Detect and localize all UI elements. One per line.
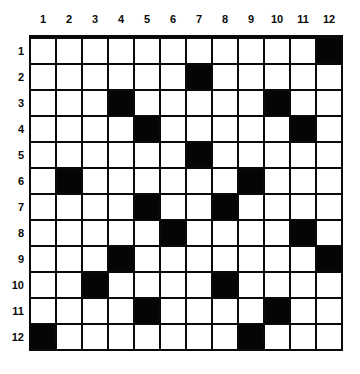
grid-cell-r7c9[interactable]	[239, 195, 263, 219]
grid-cell-r1c10[interactable]	[265, 39, 289, 63]
grid-cell-black-r12c9	[239, 325, 263, 349]
grid-cell-black-r5c7	[187, 143, 211, 167]
grid-cell-r12c12[interactable]	[317, 325, 341, 349]
grid-cell-r7c7[interactable]	[187, 195, 211, 219]
puzzle-grid	[29, 35, 343, 351]
grid-cell-black-r8c11	[291, 221, 315, 245]
grid-cell-r10c12[interactable]	[317, 273, 341, 297]
grid-cell-r5c6[interactable]	[161, 143, 185, 167]
grid-cell-r9c5[interactable]	[135, 247, 159, 271]
grid-cell-r10c7[interactable]	[187, 273, 211, 297]
grid-cell-r6c6[interactable]	[161, 169, 185, 193]
grid-cell-r6c3[interactable]	[83, 169, 107, 193]
grid-cell-r10c11[interactable]	[291, 273, 315, 297]
grid-cell-r7c3[interactable]	[83, 195, 107, 219]
grid-cell-r11c7[interactable]	[187, 299, 211, 323]
grid-cell-r7c12[interactable]	[317, 195, 341, 219]
grid-cell-r5c5[interactable]	[135, 143, 159, 167]
row-label-9: 9	[2, 247, 26, 271]
grid-cell-r5c9[interactable]	[239, 143, 263, 167]
grid-cell-r12c3[interactable]	[83, 325, 107, 349]
grid-cell-r1c8[interactable]	[213, 39, 237, 63]
row-label-4: 4	[2, 117, 26, 141]
grid-cell-r1c3[interactable]	[83, 39, 107, 63]
grid-cell-r8c9[interactable]	[239, 221, 263, 245]
grid-cell-r11c6[interactable]	[161, 299, 185, 323]
grid-cell-r8c5[interactable]	[135, 221, 159, 245]
grid-cell-r3c12[interactable]	[317, 91, 341, 115]
grid-cell-r11c11[interactable]	[291, 299, 315, 323]
grid-cell-r1c7[interactable]	[187, 39, 211, 63]
grid-cell-r2c11[interactable]	[291, 65, 315, 89]
grid-cell-r9c3[interactable]	[83, 247, 107, 271]
grid-cell-r11c3[interactable]	[83, 299, 107, 323]
grid-cell-r3c3[interactable]	[83, 91, 107, 115]
grid-cell-r8c2[interactable]	[57, 221, 81, 245]
column-label-9: 9	[239, 12, 263, 26]
grid-cell-r4c1[interactable]	[31, 117, 55, 141]
grid-cell-r1c11[interactable]	[291, 39, 315, 63]
grid-cell-r9c2[interactable]	[57, 247, 81, 271]
grid-cell-black-r7c8	[213, 195, 237, 219]
grid-cell-black-r11c10	[265, 299, 289, 323]
grid-cell-r1c6[interactable]	[161, 39, 185, 63]
grid-cell-r9c8[interactable]	[213, 247, 237, 271]
grid-cell-black-r7c5	[135, 195, 159, 219]
grid-cell-r6c10[interactable]	[265, 169, 289, 193]
grid-cell-r5c12[interactable]	[317, 143, 341, 167]
row-label-1: 1	[2, 39, 26, 63]
grid-cell-r7c6[interactable]	[161, 195, 185, 219]
grid-cell-black-r4c5	[135, 117, 159, 141]
grid-cell-r9c10[interactable]	[265, 247, 289, 271]
grid-cell-r8c12[interactable]	[317, 221, 341, 245]
grid-cell-r5c2[interactable]	[57, 143, 81, 167]
grid-cell-r12c5[interactable]	[135, 325, 159, 349]
grid-cell-black-r11c5	[135, 299, 159, 323]
grid-cell-r12c7[interactable]	[187, 325, 211, 349]
grid-cell-r10c2[interactable]	[57, 273, 81, 297]
grid-cell-r6c8[interactable]	[213, 169, 237, 193]
grid-cell-r3c1[interactable]	[31, 91, 55, 115]
grid-cell-r5c1[interactable]	[31, 143, 55, 167]
grid-cell-r10c6[interactable]	[161, 273, 185, 297]
row-label-5: 5	[2, 143, 26, 167]
column-labels: 123456789101112	[31, 12, 341, 26]
grid-cell-r11c8[interactable]	[213, 299, 237, 323]
grid-cell-r9c9[interactable]	[239, 247, 263, 271]
grid-cell-black-r1c12	[317, 39, 341, 63]
grid-cell-r1c4[interactable]	[109, 39, 133, 63]
grid-cell-r11c12[interactable]	[317, 299, 341, 323]
puzzle-page: 123456789101112 123456789101112	[0, 0, 360, 374]
row-label-6: 6	[2, 169, 26, 193]
grid-cell-r8c10[interactable]	[265, 221, 289, 245]
grid-cell-r3c5[interactable]	[135, 91, 159, 115]
grid-cell-r4c4[interactable]	[109, 117, 133, 141]
grid-cell-r8c3[interactable]	[83, 221, 107, 245]
grid-cell-black-r4c11	[291, 117, 315, 141]
row-label-8: 8	[2, 221, 26, 245]
grid-cell-r10c5[interactable]	[135, 273, 159, 297]
grid-cell-r9c6[interactable]	[161, 247, 185, 271]
grid-cell-r1c2[interactable]	[57, 39, 81, 63]
grid-cell-r3c11[interactable]	[291, 91, 315, 115]
grid-cell-r3c6[interactable]	[161, 91, 185, 115]
grid-cell-black-r9c12	[317, 247, 341, 271]
grid-cell-r8c8[interactable]	[213, 221, 237, 245]
grid-cell-r7c4[interactable]	[109, 195, 133, 219]
grid-cell-r2c8[interactable]	[213, 65, 237, 89]
grid-cell-black-r3c10	[265, 91, 289, 115]
grid-cell-r1c9[interactable]	[239, 39, 263, 63]
grid-cell-r10c9[interactable]	[239, 273, 263, 297]
grid-cell-r4c6[interactable]	[161, 117, 185, 141]
grid-cell-r2c10[interactable]	[265, 65, 289, 89]
grid-cell-r12c10[interactable]	[265, 325, 289, 349]
grid-cell-r4c3[interactable]	[83, 117, 107, 141]
column-label-11: 11	[291, 12, 315, 26]
grid-cell-r7c1[interactable]	[31, 195, 55, 219]
row-label-2: 2	[2, 65, 26, 89]
row-labels: 123456789101112	[2, 39, 26, 349]
grid-cell-r7c10[interactable]	[265, 195, 289, 219]
grid-cell-r8c1[interactable]	[31, 221, 55, 245]
grid-cell-black-r8c6	[161, 221, 185, 245]
grid-cell-r6c1[interactable]	[31, 169, 55, 193]
grid-cell-r5c10[interactable]	[265, 143, 289, 167]
grid-cell-r12c8[interactable]	[213, 325, 237, 349]
grid-cell-r6c5[interactable]	[135, 169, 159, 193]
grid-cell-r5c3[interactable]	[83, 143, 107, 167]
row-label-10: 10	[2, 273, 26, 297]
grid-cell-r3c9[interactable]	[239, 91, 263, 115]
grid-cell-r10c4[interactable]	[109, 273, 133, 297]
grid-cell-r12c4[interactable]	[109, 325, 133, 349]
grid-cell-black-r10c3	[83, 273, 107, 297]
grid-cell-r4c2[interactable]	[57, 117, 81, 141]
grid-cell-r7c11[interactable]	[291, 195, 315, 219]
grid-cell-black-r2c7	[187, 65, 211, 89]
grid-cell-r4c7[interactable]	[187, 117, 211, 141]
grid-cell-black-r6c9	[239, 169, 263, 193]
grid-cell-r1c1[interactable]	[31, 39, 55, 63]
grid-cell-r2c4[interactable]	[109, 65, 133, 89]
grid-cell-r2c2[interactable]	[57, 65, 81, 89]
grid-cell-r2c6[interactable]	[161, 65, 185, 89]
grid-cell-r2c3[interactable]	[83, 65, 107, 89]
grid-cell-black-r10c8	[213, 273, 237, 297]
grid-cell-r2c5[interactable]	[135, 65, 159, 89]
grid-cell-r1c5[interactable]	[135, 39, 159, 63]
column-label-10: 10	[265, 12, 289, 26]
grid-cell-r9c7[interactable]	[187, 247, 211, 271]
grid-cell-r4c8[interactable]	[213, 117, 237, 141]
grid-cell-r11c2[interactable]	[57, 299, 81, 323]
grid-cell-r11c9[interactable]	[239, 299, 263, 323]
grid-cell-r2c12[interactable]	[317, 65, 341, 89]
grid-cell-r4c10[interactable]	[265, 117, 289, 141]
grid-cell-r6c4[interactable]	[109, 169, 133, 193]
row-label-12: 12	[2, 325, 26, 349]
grid-cell-r2c9[interactable]	[239, 65, 263, 89]
column-label-6: 6	[161, 12, 185, 26]
grid-cell-r12c11[interactable]	[291, 325, 315, 349]
grid-cell-r7c2[interactable]	[57, 195, 81, 219]
grid-cell-r11c1[interactable]	[31, 299, 55, 323]
grid-cell-r4c9[interactable]	[239, 117, 263, 141]
grid-cell-r9c1[interactable]	[31, 247, 55, 271]
column-label-4: 4	[109, 12, 133, 26]
grid-cell-black-r9c4	[109, 247, 133, 271]
grid-cell-r3c7[interactable]	[187, 91, 211, 115]
grid-cell-r12c6[interactable]	[161, 325, 185, 349]
grid-cell-r3c2[interactable]	[57, 91, 81, 115]
row-label-11: 11	[2, 299, 26, 323]
column-label-12: 12	[317, 12, 341, 26]
grid-cell-r5c4[interactable]	[109, 143, 133, 167]
grid-cell-black-r3c4	[109, 91, 133, 115]
grid-cell-black-r6c2	[57, 169, 81, 193]
grid-cell-r10c1[interactable]	[31, 273, 55, 297]
grid-cell-r8c4[interactable]	[109, 221, 133, 245]
column-label-5: 5	[135, 12, 159, 26]
grid-cell-black-r12c1	[31, 325, 55, 349]
grid-cell-r2c1[interactable]	[31, 65, 55, 89]
grid-cell-r6c11[interactable]	[291, 169, 315, 193]
grid-cell-r4c12[interactable]	[317, 117, 341, 141]
row-label-3: 3	[2, 91, 26, 115]
grid-cell-r11c4[interactable]	[109, 299, 133, 323]
column-label-3: 3	[83, 12, 107, 26]
column-label-2: 2	[57, 12, 81, 26]
grid-cell-r10c10[interactable]	[265, 273, 289, 297]
grid-cell-r5c8[interactable]	[213, 143, 237, 167]
grid-cell-r6c12[interactable]	[317, 169, 341, 193]
column-label-8: 8	[213, 12, 237, 26]
column-label-1: 1	[31, 12, 55, 26]
grid-cell-r5c11[interactable]	[291, 143, 315, 167]
column-label-7: 7	[187, 12, 211, 26]
grid-cell-r6c7[interactable]	[187, 169, 211, 193]
grid-cell-r12c2[interactable]	[57, 325, 81, 349]
grid-cell-r9c11[interactable]	[291, 247, 315, 271]
grid-cell-r3c8[interactable]	[213, 91, 237, 115]
row-label-7: 7	[2, 195, 26, 219]
grid-cell-r8c7[interactable]	[187, 221, 211, 245]
